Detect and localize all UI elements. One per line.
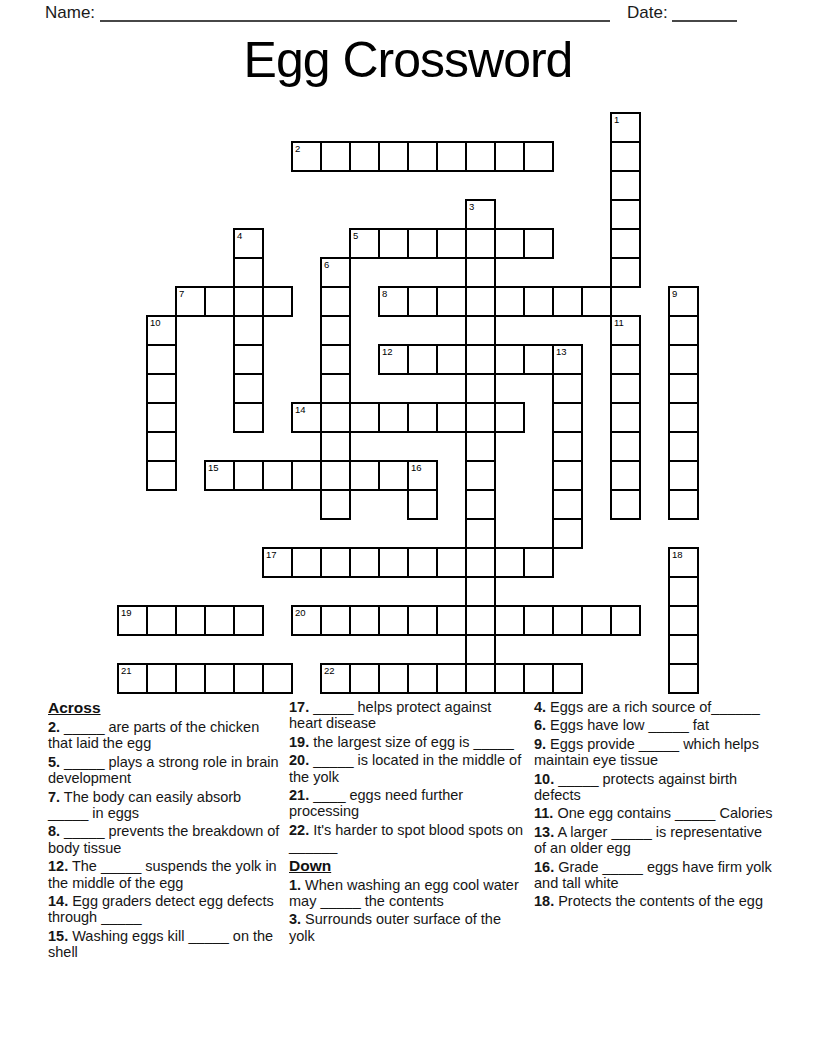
grid-cell-r12c6[interactable]	[291, 460, 322, 491]
clue-item-13: 13. A larger _____ is representative of …	[534, 824, 777, 857]
grid-cell-r9c1[interactable]	[146, 373, 177, 404]
grid-cell-r17c13[interactable]	[494, 605, 525, 636]
grid-cell-r12c8[interactable]	[349, 460, 380, 491]
grid-cell-r17c8[interactable]	[349, 605, 380, 636]
grid-cell-r7c17[interactable]: 11	[610, 315, 641, 346]
grid-cell-r12c1[interactable]	[146, 460, 177, 491]
cell-number: 11	[614, 318, 624, 328]
grid-cell-r12c4[interactable]	[233, 460, 264, 491]
cell-number: 9	[672, 289, 677, 299]
clue-item-18: 18. Protects the contents of the egg	[534, 893, 777, 909]
grid-cell-r13c12[interactable]	[465, 489, 496, 520]
across-header: Across	[48, 699, 285, 717]
grid-cell-r17c0[interactable]: 19	[117, 605, 148, 636]
grid-cell-r19c13[interactable]	[494, 663, 525, 694]
clue-item-1: 1. When washing an egg cool water may __…	[289, 877, 526, 910]
grid-cell-r17c14[interactable]	[523, 605, 554, 636]
grid-cell-r10c13[interactable]	[494, 402, 525, 433]
grid-cell-r11c12[interactable]	[465, 431, 496, 462]
clue-item-11: 11. One egg contains _____ Calories	[534, 805, 777, 821]
grid-cell-r10c9[interactable]	[378, 402, 409, 433]
grid-cell-r0c17[interactable]: 1	[610, 112, 641, 143]
clue-number: 11.	[534, 805, 553, 821]
cell-number: 1	[614, 115, 619, 125]
grid-cell-r15c11[interactable]	[436, 547, 467, 578]
clue-item-4: 4. Eggs are a rich source of______	[534, 699, 777, 715]
grid-cell-r17c17[interactable]	[610, 605, 641, 636]
grid-cell-r17c10[interactable]	[407, 605, 438, 636]
grid-cell-r15c7[interactable]	[320, 547, 351, 578]
clue-text: Grade _____ eggs have firm yolk and tall…	[534, 859, 772, 891]
cell-number: 8	[382, 289, 387, 299]
cell-number: 7	[179, 289, 184, 299]
cell-number: 2	[295, 144, 300, 154]
clue-text: Eggs are a rich source of______	[546, 699, 760, 715]
clue-text: Surrounds outer surface of the yolk	[289, 911, 501, 943]
grid-cell-r6c12[interactable]	[465, 286, 496, 317]
grid-cell-r19c14[interactable]	[523, 663, 554, 694]
cell-number: 17	[266, 550, 277, 560]
clue-number: 3.	[289, 911, 301, 927]
grid-cell-r10c15[interactable]	[552, 402, 583, 433]
grid-cell-r17c3[interactable]	[204, 605, 235, 636]
grid-cell-r10c8[interactable]	[349, 402, 380, 433]
grid-cell-r3c12[interactable]: 3	[465, 199, 496, 230]
grid-cell-r19c0[interactable]: 21	[117, 663, 148, 694]
clue-item-12: 12. The _____ suspends the yolk in the m…	[48, 858, 285, 891]
grid-cell-r19c12[interactable]	[465, 663, 496, 694]
grid-cell-r19c15[interactable]	[552, 663, 583, 694]
grid-cell-r15c10[interactable]	[407, 547, 438, 578]
clue-text: the largest size of egg is _____	[309, 734, 514, 750]
grid-cell-r10c1[interactable]	[146, 402, 177, 433]
clue-number: 7.	[48, 789, 60, 805]
grid-cell-r19c1[interactable]	[146, 663, 177, 694]
clue-number: 16.	[534, 859, 554, 875]
grid-cell-r19c5[interactable]	[262, 663, 293, 694]
clue-text: _____ helps protect against heart diseas…	[289, 699, 491, 731]
grid-cell-r15c12[interactable]	[465, 547, 496, 578]
date-label: Date:	[627, 3, 668, 23]
clue-text: Eggs provide _____ which helps maintain …	[534, 736, 759, 768]
name-label: Name:	[45, 3, 95, 23]
grid-cell-r16c19[interactable]	[668, 576, 699, 607]
grid-cell-r1c14[interactable]	[523, 141, 554, 172]
grid-cell-r10c10[interactable]	[407, 402, 438, 433]
grid-cell-r6c3[interactable]	[204, 286, 235, 317]
grid-cell-r5c4[interactable]	[233, 257, 264, 288]
clue-item-7: 7. The body can easily absorb _____ in e…	[48, 789, 285, 822]
clue-number: 17.	[289, 699, 309, 715]
clue-text: _____ prevents the breakdown of body tis…	[48, 823, 279, 855]
grid-cell-r8c12[interactable]	[465, 344, 496, 375]
grid-cell-r19c2[interactable]	[175, 663, 206, 694]
grid-cell-r19c11[interactable]	[436, 663, 467, 694]
clue-number: 1.	[289, 877, 301, 893]
grid-cell-r17c15[interactable]	[552, 605, 583, 636]
cell-number: 18	[672, 550, 683, 560]
grid-cell-r6c10[interactable]	[407, 286, 438, 317]
cell-number: 6	[324, 260, 329, 270]
grid-cell-r7c12[interactable]	[465, 315, 496, 346]
cell-number: 10	[150, 318, 161, 328]
grid-cell-r19c19[interactable]	[668, 663, 699, 694]
grid-cell-r8c13[interactable]	[494, 344, 525, 375]
grid-cell-r1c11[interactable]	[436, 141, 467, 172]
grid-cell-r17c7[interactable]	[320, 605, 351, 636]
grid-cell-r1c12[interactable]	[465, 141, 496, 172]
grid-cell-r8c19[interactable]	[668, 344, 699, 375]
grid-cell-r17c16[interactable]	[581, 605, 612, 636]
page-title: Egg Crossword	[0, 31, 816, 89]
grid-cell-r12c10[interactable]: 16	[407, 460, 438, 491]
grid-cell-r13c7[interactable]	[320, 489, 351, 520]
grid-cell-r17c2[interactable]	[175, 605, 206, 636]
clue-text: The _____ suspends the yolk in the middl…	[48, 858, 277, 890]
clue-item-14: 14. Egg graders detect egg defects throu…	[48, 893, 285, 926]
clue-item-8: 8. _____ prevents the breakdown of body …	[48, 823, 285, 856]
grid-cell-r11c15[interactable]	[552, 431, 583, 462]
grid-cell-r2c17[interactable]	[610, 170, 641, 201]
clue-number: 20.	[289, 752, 309, 768]
grid-cell-r6c4[interactable]	[233, 286, 264, 317]
grid-cell-r12c19[interactable]	[668, 460, 699, 491]
clue-number: 4.	[534, 699, 546, 715]
grid-cell-r9c4[interactable]	[233, 373, 264, 404]
cell-number: 13	[556, 347, 567, 357]
grid-cell-r17c9[interactable]	[378, 605, 409, 636]
clue-item-16: 16. Grade _____ eggs have firm yolk and …	[534, 859, 777, 892]
grid-cell-r13c19[interactable]	[668, 489, 699, 520]
clue-number: 18.	[534, 893, 554, 909]
down-header: Down	[289, 857, 526, 875]
clue-number: 15.	[48, 928, 68, 944]
grid-cell-r15c8[interactable]	[349, 547, 380, 578]
grid-cell-r7c7[interactable]	[320, 315, 351, 346]
grid-cell-r12c15[interactable]	[552, 460, 583, 491]
clue-column-3: 4. Eggs are a rich source of______6. Egg…	[534, 699, 777, 912]
cell-number: 16	[411, 463, 422, 473]
grid-cell-r1c9[interactable]	[378, 141, 409, 172]
grid-cell-r7c4[interactable]	[233, 315, 264, 346]
grid-cell-r8c1[interactable]	[146, 344, 177, 375]
grid-cell-r11c19[interactable]	[668, 431, 699, 462]
cell-number: 20	[295, 608, 306, 618]
grid-cell-r7c1[interactable]: 10	[146, 315, 177, 346]
grid-cell-r6c7[interactable]	[320, 286, 351, 317]
clue-item-10: 10. _____ protects against birth defects	[534, 771, 777, 804]
clue-text: It's harder to spot blood spots on _____…	[289, 822, 523, 854]
clue-text: When washing an egg cool water may _____…	[289, 877, 519, 909]
cell-number: 14	[295, 405, 306, 415]
cell-number: 22	[324, 666, 335, 676]
clue-text: ____ eggs need further processing	[289, 787, 463, 819]
grid-cell-r6c9[interactable]: 8	[378, 286, 409, 317]
grid-cell-r5c7[interactable]: 6	[320, 257, 351, 288]
clue-number: 21.	[289, 787, 309, 803]
clue-number: 2.	[48, 719, 60, 735]
grid-cell-r7c19[interactable]	[668, 315, 699, 346]
grid-cell-r19c3[interactable]	[204, 663, 235, 694]
clue-text: _____ plays a strong role in brain devel…	[48, 754, 279, 786]
grid-cell-r11c17[interactable]	[610, 431, 641, 462]
grid-cell-r13c15[interactable]	[552, 489, 583, 520]
cell-number: 12	[382, 347, 393, 357]
grid-cell-r10c11[interactable]	[436, 402, 467, 433]
grid-cell-r17c11[interactable]	[436, 605, 467, 636]
clue-item-2: 2. _____ are parts of the chicken that l…	[48, 719, 285, 752]
clue-number: 9.	[534, 736, 546, 752]
clue-number: 14.	[48, 893, 68, 909]
grid-cell-r19c8[interactable]	[349, 663, 380, 694]
grid-cell-r10c17[interactable]	[610, 402, 641, 433]
grid-cell-r9c17[interactable]	[610, 373, 641, 404]
grid-cell-r12c17[interactable]	[610, 460, 641, 491]
grid-cell-r1c13[interactable]	[494, 141, 525, 172]
clue-number: 10.	[534, 771, 554, 787]
grid-cell-r6c14[interactable]	[523, 286, 554, 317]
grid-cell-r13c10[interactable]	[407, 489, 438, 520]
grid-cell-r9c12[interactable]	[465, 373, 496, 404]
grid-cell-r5c12[interactable]	[465, 257, 496, 288]
grid-cell-r19c7[interactable]: 22	[320, 663, 351, 694]
grid-cell-r17c6[interactable]: 20	[291, 605, 322, 636]
clue-number: 8.	[48, 823, 60, 839]
grid-cell-r4c4[interactable]: 4	[233, 228, 264, 259]
grid-cell-r6c15[interactable]	[552, 286, 583, 317]
grid-cell-r4c9[interactable]	[378, 228, 409, 259]
grid-cell-r8c7[interactable]	[320, 344, 351, 375]
grid-cell-r4c14[interactable]	[523, 228, 554, 259]
grid-cell-r1c17[interactable]	[610, 141, 641, 172]
grid-cell-r11c7[interactable]	[320, 431, 351, 462]
cell-number: 4	[237, 231, 242, 241]
grid-cell-r8c10[interactable]	[407, 344, 438, 375]
grid-cell-r4c10[interactable]	[407, 228, 438, 259]
cell-number: 5	[353, 231, 358, 241]
grid-cell-r12c9[interactable]	[378, 460, 409, 491]
clue-item-3: 3. Surrounds outer surface of the yolk	[289, 911, 526, 944]
grid-cell-r14c12[interactable]	[465, 518, 496, 549]
grid-cell-r15c14[interactable]	[523, 547, 554, 578]
clue-item-17: 17. _____ helps protect against heart di…	[289, 699, 526, 732]
grid-cell-r6c5[interactable]	[262, 286, 293, 317]
grid-cell-r8c15[interactable]: 13	[552, 344, 583, 375]
grid-cell-r18c12[interactable]	[465, 634, 496, 665]
clue-item-20: 20. _____ is located in the middle of th…	[289, 752, 526, 785]
clue-text: A larger _____ is representative of an o…	[534, 824, 762, 856]
grid-cell-r12c7[interactable]	[320, 460, 351, 491]
grid-cell-r13c17[interactable]	[610, 489, 641, 520]
grid-cell-r6c16[interactable]	[581, 286, 612, 317]
clue-item-15: 15. Washing eggs kill _____ on the shell	[48, 928, 285, 961]
clue-text: One egg contains _____ Calories	[553, 805, 772, 821]
grid-cell-r10c4[interactable]	[233, 402, 264, 433]
cell-number: 15	[208, 463, 219, 473]
grid-cell-r6c11[interactable]	[436, 286, 467, 317]
grid-cell-r6c19[interactable]: 9	[668, 286, 699, 317]
grid-cell-r15c9[interactable]	[378, 547, 409, 578]
grid-cell-r4c8[interactable]: 5	[349, 228, 380, 259]
clue-item-19: 19. the largest size of egg is _____	[289, 734, 526, 750]
grid-cell-r1c8[interactable]	[349, 141, 380, 172]
clue-number: 13.	[534, 824, 554, 840]
grid-cell-r6c13[interactable]	[494, 286, 525, 317]
grid-cell-r14c15[interactable]	[552, 518, 583, 549]
grid-cell-r8c14[interactable]	[523, 344, 554, 375]
clue-item-6: 6. Eggs have low _____ fat	[534, 717, 777, 733]
grid-cell-r8c17[interactable]	[610, 344, 641, 375]
grid-cell-r12c5[interactable]	[262, 460, 293, 491]
grid-cell-r1c7[interactable]	[320, 141, 351, 172]
grid-cell-r10c19[interactable]	[668, 402, 699, 433]
clue-item-21: 21. ____ eggs need further processing	[289, 787, 526, 820]
grid-cell-r9c7[interactable]	[320, 373, 351, 404]
clue-item-9: 9. Eggs provide _____ which helps mainta…	[534, 736, 777, 769]
name-field-line	[100, 20, 610, 22]
grid-cell-r16c12[interactable]	[465, 576, 496, 607]
grid-cell-r17c12[interactable]	[465, 605, 496, 636]
clue-column-2: 17. _____ helps protect against heart di…	[289, 699, 526, 946]
clue-column-1: Across2. _____ are parts of the chicken …	[48, 699, 285, 963]
clue-text: _____ is located in the middle of the yo…	[289, 752, 521, 784]
grid-cell-r4c13[interactable]	[494, 228, 525, 259]
grid-cell-r4c17[interactable]	[610, 228, 641, 259]
date-field-line	[672, 20, 737, 22]
grid-cell-r17c19[interactable]	[668, 605, 699, 636]
clue-text: _____ protects against birth defects	[534, 771, 737, 803]
grid-cell-r19c10[interactable]	[407, 663, 438, 694]
clue-item-5: 5. _____ plays a strong role in brain de…	[48, 754, 285, 787]
grid-cell-r4c11[interactable]	[436, 228, 467, 259]
grid-cell-r15c6[interactable]	[291, 547, 322, 578]
clue-number: 12.	[48, 858, 68, 874]
clue-number: 6.	[534, 717, 546, 733]
grid-cell-r19c4[interactable]	[233, 663, 264, 694]
grid-cell-r1c10[interactable]	[407, 141, 438, 172]
clue-number: 5.	[48, 754, 60, 770]
clue-number: 22.	[289, 822, 309, 838]
worksheet-page: Name: Date: Egg Crossword 12345678910111…	[0, 0, 816, 1056]
grid-cell-r1c6[interactable]: 2	[291, 141, 322, 172]
clue-text: Egg graders detect egg defects through _…	[48, 893, 274, 925]
cell-number: 3	[469, 202, 474, 212]
grid-cell-r15c13[interactable]	[494, 547, 525, 578]
grid-cell-r8c11[interactable]	[436, 344, 467, 375]
clue-item-22: 22. It's harder to spot blood spots on _…	[289, 822, 526, 855]
clue-text: The body can easily absorb _____ in eggs	[48, 789, 241, 821]
grid-cell-r19c9[interactable]	[378, 663, 409, 694]
grid-cell-r17c4[interactable]	[233, 605, 264, 636]
grid-cell-r12c3[interactable]: 15	[204, 460, 235, 491]
cell-number: 21	[121, 666, 132, 676]
grid-cell-r12c12[interactable]	[465, 460, 496, 491]
grid-cell-r11c1[interactable]	[146, 431, 177, 462]
crossword-grid: 12345678910111213141516171819202122	[117, 112, 699, 694]
grid-cell-r15c5[interactable]: 17	[262, 547, 293, 578]
grid-cell-r4c12[interactable]	[465, 228, 496, 259]
grid-cell-r17c1[interactable]	[146, 605, 177, 636]
grid-cell-r10c12[interactable]	[465, 402, 496, 433]
grid-cell-r18c19[interactable]	[668, 634, 699, 665]
grid-cell-r6c2[interactable]: 7	[175, 286, 206, 317]
clue-number: 19.	[289, 734, 309, 750]
grid-cell-r3c17[interactable]	[610, 199, 641, 230]
clue-text: Washing eggs kill _____ on the shell	[48, 928, 273, 960]
grid-cell-r9c19[interactable]	[668, 373, 699, 404]
clue-text: Protects the contents of the egg	[554, 893, 763, 909]
grid-cell-r10c7[interactable]	[320, 402, 351, 433]
grid-cell-r8c9[interactable]: 12	[378, 344, 409, 375]
clue-text: Eggs have low _____ fat	[546, 717, 709, 733]
grid-cell-r9c15[interactable]	[552, 373, 583, 404]
grid-cell-r8c4[interactable]	[233, 344, 264, 375]
cell-number: 19	[121, 608, 132, 618]
clue-text: _____ are parts of the chicken that laid…	[48, 719, 259, 751]
grid-cell-r15c19[interactable]: 18	[668, 547, 699, 578]
grid-cell-r10c6[interactable]: 14	[291, 402, 322, 433]
grid-cell-r5c17[interactable]	[610, 257, 641, 288]
